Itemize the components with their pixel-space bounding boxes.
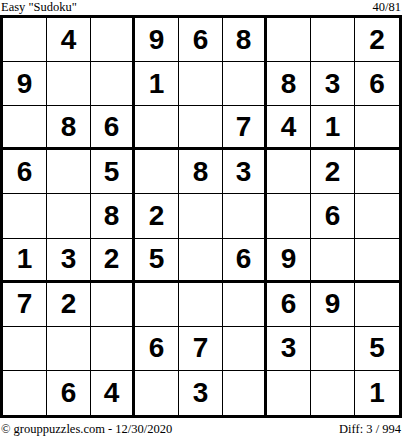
sudoku-cell-r9c3: 4 [91,371,135,415]
sudoku-cell-r1c3[interactable] [91,18,135,62]
sudoku-cell-r3c3: 6 [91,106,135,150]
sudoku-cell-r4c9[interactable] [355,150,399,194]
sudoku-cell-r6c3: 2 [91,239,135,283]
sudoku-cell-r4c3: 5 [91,150,135,194]
sudoku-cell-r9c6[interactable] [223,371,267,415]
sudoku-cell-r3c9[interactable] [355,106,399,150]
copyright-text: © grouppuzzles.com - 12/30/2020 [1,422,172,437]
sudoku-cell-r1c5: 6 [179,18,223,62]
sudoku-cell-r3c7: 4 [267,106,311,150]
sudoku-cell-r4c6: 3 [223,150,267,194]
sudoku-cell-r9c7[interactable] [267,371,311,415]
sudoku-cell-r6c7: 9 [267,239,311,283]
sudoku-cell-r6c2: 3 [47,239,91,283]
sudoku-board: 4968291836867416583282613256972696735643… [0,15,402,418]
sudoku-cell-r4c1: 6 [3,150,47,194]
page-footer: © grouppuzzles.com - 12/30/2020 Diff: 3 … [0,422,402,437]
sudoku-cell-r3c5[interactable] [179,106,223,150]
sudoku-cell-r2c3[interactable] [91,62,135,106]
sudoku-cell-r3c1[interactable] [3,106,47,150]
sudoku-cell-r2c9: 6 [355,62,399,106]
sudoku-cell-r3c8: 1 [311,106,355,150]
sudoku-cell-r4c7[interactable] [267,150,311,194]
sudoku-cell-r9c9: 1 [355,371,399,415]
sudoku-cell-r8c9: 5 [355,327,399,371]
sudoku-cell-r1c1[interactable] [3,18,47,62]
sudoku-cell-r9c8[interactable] [311,371,355,415]
sudoku-cell-r8c5: 7 [179,327,223,371]
sudoku-cell-r8c8[interactable] [311,327,355,371]
sudoku-cell-r9c5: 3 [179,371,223,415]
sudoku-cell-r8c1[interactable] [3,327,47,371]
sudoku-cell-r7c7: 6 [267,283,311,327]
sudoku-cell-r7c3[interactable] [91,283,135,327]
sudoku-cell-r7c5[interactable] [179,283,223,327]
sudoku-cell-r3c6: 7 [223,106,267,150]
sudoku-cell-r5c9[interactable] [355,194,399,238]
page-header: Easy "Sudoku" 40/81 [0,0,402,15]
sudoku-cell-r8c6[interactable] [223,327,267,371]
sudoku-cell-r7c8: 9 [311,283,355,327]
sudoku-cell-r5c6[interactable] [223,194,267,238]
sudoku-cell-r7c9[interactable] [355,283,399,327]
sudoku-cell-r4c8: 2 [311,150,355,194]
sudoku-cell-r7c1: 7 [3,283,47,327]
sudoku-cell-r5c2[interactable] [47,194,91,238]
sudoku-cell-r2c1: 9 [3,62,47,106]
sudoku-cell-r2c5[interactable] [179,62,223,106]
sudoku-cell-r6c4: 5 [135,239,179,283]
sudoku-cell-r5c3: 8 [91,194,135,238]
sudoku-cell-r1c8[interactable] [311,18,355,62]
sudoku-cell-r8c4: 6 [135,327,179,371]
sudoku-cell-r8c3[interactable] [91,327,135,371]
sudoku-cell-r9c2: 6 [47,371,91,415]
sudoku-cell-r7c2: 2 [47,283,91,327]
sudoku-cell-r1c6: 8 [223,18,267,62]
sudoku-cell-r7c6[interactable] [223,283,267,327]
sudoku-cell-r9c4[interactable] [135,371,179,415]
sudoku-cell-r2c2[interactable] [47,62,91,106]
sudoku-cell-r4c5: 8 [179,150,223,194]
sudoku-cell-r1c4: 9 [135,18,179,62]
puzzle-title: Easy "Sudoku" [1,0,77,15]
givens-count: 40/81 [373,0,401,15]
sudoku-cell-r5c5[interactable] [179,194,223,238]
sudoku-cell-r4c4[interactable] [135,150,179,194]
sudoku-cell-r5c7[interactable] [267,194,311,238]
sudoku-cell-r3c2: 8 [47,106,91,150]
sudoku-cell-r6c9[interactable] [355,239,399,283]
sudoku-cell-r6c6: 6 [223,239,267,283]
sudoku-cell-r2c8: 3 [311,62,355,106]
sudoku-cell-r8c7: 3 [267,327,311,371]
sudoku-cell-r6c5[interactable] [179,239,223,283]
sudoku-cell-r7c4[interactable] [135,283,179,327]
sudoku-cell-r2c6[interactable] [223,62,267,106]
sudoku-cell-r1c2: 4 [47,18,91,62]
difficulty-text: Diff: 3 / 994 [339,422,401,437]
sudoku-cell-r5c8: 6 [311,194,355,238]
sudoku-cell-r8c2[interactable] [47,327,91,371]
sudoku-cell-r1c7[interactable] [267,18,311,62]
sudoku-cell-r4c2[interactable] [47,150,91,194]
sudoku-cell-r6c8[interactable] [311,239,355,283]
sudoku-cell-r3c4[interactable] [135,106,179,150]
sudoku-cell-r5c1[interactable] [3,194,47,238]
sudoku-cell-r9c1[interactable] [3,371,47,415]
sudoku-cell-r2c4: 1 [135,62,179,106]
sudoku-cell-r5c4: 2 [135,194,179,238]
sudoku-cell-r2c7: 8 [267,62,311,106]
sudoku-cell-r1c9: 2 [355,18,399,62]
sudoku-cell-r6c1: 1 [3,239,47,283]
